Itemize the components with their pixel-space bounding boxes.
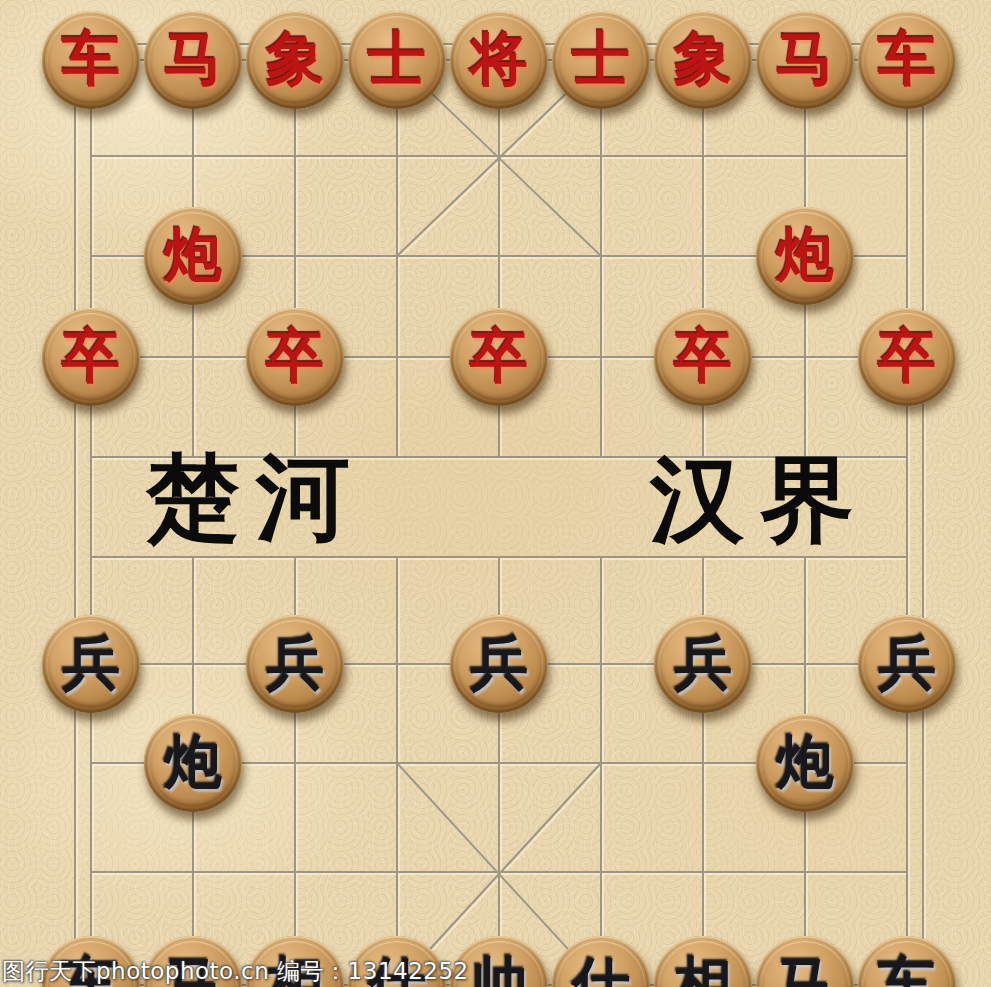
piece-character: 兵 <box>878 634 936 692</box>
piece-red-soldier[interactable]: 卒 <box>450 308 548 406</box>
xiangqi-board: 楚河 汉界 车马象士将士象马车炮炮卒卒卒卒卒兵兵兵兵兵炮炮车马相仕帅仕相马车 图… <box>0 0 991 987</box>
piece-character: 兵 <box>62 634 120 692</box>
piece-red-soldier[interactable]: 卒 <box>858 308 956 406</box>
piece-character: 帅 <box>470 955 528 987</box>
piece-black-elephant[interactable]: 相 <box>654 936 752 987</box>
piece-red-chariot[interactable]: 车 <box>42 11 140 109</box>
piece-character: 仕 <box>572 955 630 987</box>
piece-red-advisor[interactable]: 士 <box>348 11 446 109</box>
watermark-text: 图行天下photophoto.cn 编号：13142252 <box>2 956 469 987</box>
piece-character: 马 <box>164 30 222 88</box>
piece-character: 象 <box>674 30 732 88</box>
piece-character: 兵 <box>266 634 324 692</box>
piece-black-cannon[interactable]: 炮 <box>756 714 854 812</box>
piece-red-cannon[interactable]: 炮 <box>756 207 854 305</box>
piece-character: 兵 <box>674 634 732 692</box>
piece-character: 卒 <box>62 327 120 385</box>
piece-character: 士 <box>572 30 630 88</box>
piece-character: 士 <box>368 30 426 88</box>
piece-character: 马 <box>776 30 834 88</box>
piece-red-chariot[interactable]: 车 <box>858 11 956 109</box>
piece-black-advisor[interactable]: 仕 <box>552 936 650 987</box>
piece-character: 车 <box>878 955 936 987</box>
piece-character: 卒 <box>266 327 324 385</box>
piece-character: 象 <box>266 30 324 88</box>
piece-red-horse[interactable]: 马 <box>144 11 242 109</box>
piece-red-general[interactable]: 将 <box>450 11 548 109</box>
piece-black-chariot[interactable]: 车 <box>858 936 956 987</box>
piece-black-cannon[interactable]: 炮 <box>144 714 242 812</box>
piece-black-soldier[interactable]: 兵 <box>450 615 548 713</box>
piece-black-soldier[interactable]: 兵 <box>858 615 956 713</box>
piece-character: 炮 <box>776 226 834 284</box>
piece-black-soldier[interactable]: 兵 <box>654 615 752 713</box>
piece-character: 车 <box>878 30 936 88</box>
piece-black-soldier[interactable]: 兵 <box>246 615 344 713</box>
piece-character: 炮 <box>164 226 222 284</box>
piece-red-elephant[interactable]: 象 <box>246 11 344 109</box>
piece-character: 炮 <box>164 733 222 791</box>
piece-red-cannon[interactable]: 炮 <box>144 207 242 305</box>
piece-character: 炮 <box>776 733 834 791</box>
piece-black-horse[interactable]: 马 <box>756 936 854 987</box>
piece-character: 将 <box>470 30 528 88</box>
piece-character: 兵 <box>470 634 528 692</box>
piece-character: 相 <box>674 955 732 987</box>
piece-character: 卒 <box>878 327 936 385</box>
piece-black-soldier[interactable]: 兵 <box>42 615 140 713</box>
piece-character: 卒 <box>674 327 732 385</box>
piece-layer: 车马象士将士象马车炮炮卒卒卒卒卒兵兵兵兵兵炮炮车马相仕帅仕相马车 <box>40 0 958 987</box>
piece-character: 卒 <box>470 327 528 385</box>
piece-red-soldier[interactable]: 卒 <box>246 308 344 406</box>
piece-character: 车 <box>62 30 120 88</box>
piece-character: 马 <box>776 955 834 987</box>
piece-red-advisor[interactable]: 士 <box>552 11 650 109</box>
piece-red-elephant[interactable]: 象 <box>654 11 752 109</box>
piece-red-soldier[interactable]: 卒 <box>654 308 752 406</box>
piece-red-horse[interactable]: 马 <box>756 11 854 109</box>
piece-red-soldier[interactable]: 卒 <box>42 308 140 406</box>
